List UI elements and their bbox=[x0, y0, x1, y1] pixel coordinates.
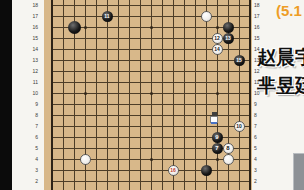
stone-R16 bbox=[223, 22, 234, 33]
row-label-left-8: 8 bbox=[14, 111, 38, 119]
star-point-K16 bbox=[150, 26, 153, 29]
row-label-right-11: 11 bbox=[254, 78, 266, 86]
stone-F17: 11 bbox=[102, 11, 113, 22]
stone-D4 bbox=[80, 154, 91, 165]
star-point-D10 bbox=[84, 92, 87, 95]
row-label-left-15: 15 bbox=[14, 34, 38, 42]
row-label-left-9: 9 bbox=[14, 100, 38, 108]
row-label-left-17: 17 bbox=[14, 12, 38, 20]
date-caption: (5.1 bbox=[276, 2, 302, 19]
cursor-base bbox=[211, 122, 217, 124]
board-right-edge-line bbox=[249, 0, 251, 190]
star-point-K10 bbox=[150, 92, 153, 95]
stone-R4 bbox=[223, 154, 234, 165]
stone-Q5: 7 bbox=[212, 143, 223, 154]
row-label-right-5: 5 bbox=[254, 144, 266, 152]
board-left-edge-line bbox=[51, 0, 53, 190]
row-label-left-13: 13 bbox=[14, 56, 38, 64]
row-label-left-7: 7 bbox=[14, 122, 38, 130]
go-broadcast-screenshot: 78910111213141516 (5.1 赵晨宇 芈昱廷 181817171… bbox=[0, 0, 304, 190]
star-point-Q10 bbox=[216, 92, 219, 95]
star-point-D16 bbox=[84, 26, 87, 29]
stone-P17 bbox=[201, 11, 212, 22]
stone-Q15: 12 bbox=[212, 33, 223, 44]
star-point-K4 bbox=[150, 158, 153, 161]
stone-C16 bbox=[68, 21, 81, 34]
row-label-right-13: 13 bbox=[254, 56, 266, 64]
row-label-left-2: 2 bbox=[14, 177, 38, 185]
row-label-right-16: 16 bbox=[254, 23, 266, 31]
row-label-left-10: 10 bbox=[14, 89, 38, 97]
stone-R5: 8 bbox=[223, 143, 234, 154]
stone-Q14: 14 bbox=[212, 44, 223, 55]
row-label-left-6: 6 bbox=[14, 133, 38, 141]
row-label-left-18: 18 bbox=[14, 1, 38, 9]
stone-S7: 10 bbox=[234, 121, 245, 132]
stone-M3: 16 bbox=[168, 165, 179, 176]
row-label-left-12: 12 bbox=[14, 67, 38, 75]
row-label-right-14: 14 bbox=[254, 45, 266, 53]
row-label-right-8: 8 bbox=[254, 111, 266, 119]
row-label-left-3: 3 bbox=[14, 166, 38, 174]
row-label-left-5: 5 bbox=[14, 144, 38, 152]
row-label-right-4: 4 bbox=[254, 155, 266, 163]
mouse-cursor-icon bbox=[210, 112, 218, 124]
row-label-right-9: 9 bbox=[254, 100, 266, 108]
row-label-right-18: 18 bbox=[254, 1, 266, 9]
left-letterbox-bar bbox=[0, 0, 12, 190]
row-label-right-15: 15 bbox=[254, 34, 266, 42]
row-label-right-3: 3 bbox=[254, 166, 266, 174]
stone-R15: 13 bbox=[223, 33, 234, 44]
row-label-right-12: 12 bbox=[254, 67, 266, 75]
row-label-right-10: 10 bbox=[254, 89, 266, 97]
row-label-right-7: 7 bbox=[254, 122, 266, 130]
row-label-left-11: 11 bbox=[14, 78, 38, 86]
row-label-right-17: 17 bbox=[254, 12, 266, 20]
stone-P3 bbox=[201, 165, 212, 176]
star-point-Q4 bbox=[216, 158, 219, 161]
stone-Q6: 9 bbox=[212, 132, 223, 143]
gray-window-fragment bbox=[293, 153, 304, 190]
row-label-right-2: 2 bbox=[254, 177, 266, 185]
row-label-left-4: 4 bbox=[14, 155, 38, 163]
stone-S13: 15 bbox=[234, 55, 245, 66]
star-point-Q16 bbox=[216, 26, 219, 29]
row-label-left-14: 14 bbox=[14, 45, 38, 53]
row-label-right-6: 6 bbox=[254, 133, 266, 141]
row-label-left-16: 16 bbox=[14, 23, 38, 31]
